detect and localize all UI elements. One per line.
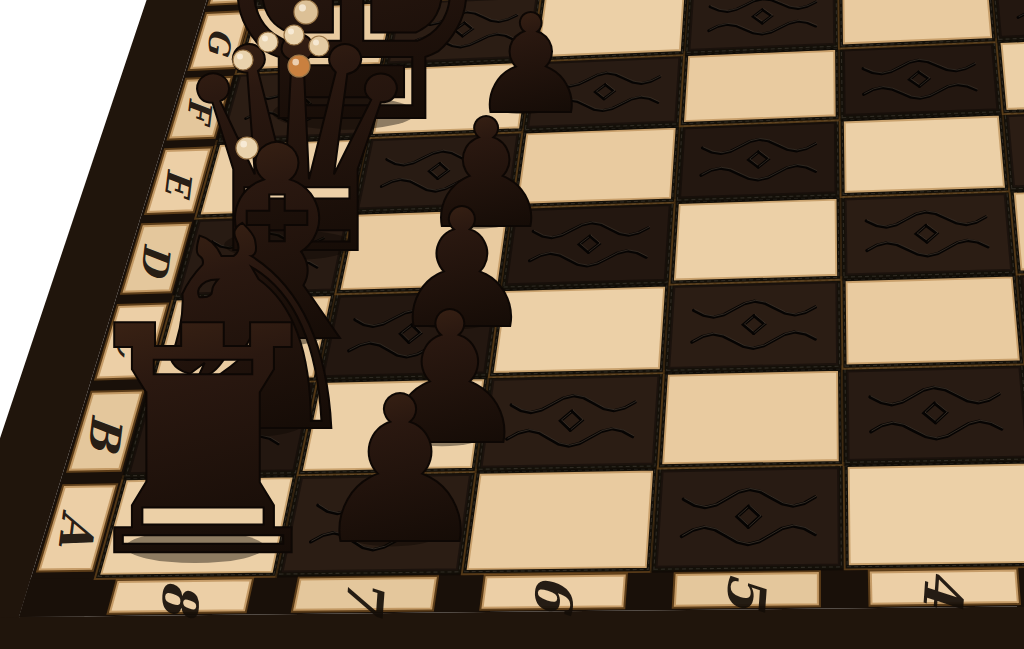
- square-c4: [844, 275, 1022, 366]
- ball-highlight: [288, 29, 294, 35]
- square-a5: [654, 466, 842, 570]
- board-photo-canvas: ABCDEFGH876543♟♚♟♛♟♝♞♟♟♜: [0, 0, 1024, 649]
- wooden-ball-ornament: [288, 55, 310, 77]
- wooden-ball-ornament: [258, 32, 278, 52]
- wooden-ball-ornament: [309, 36, 329, 56]
- square-e4: [842, 114, 1007, 195]
- ball-highlight: [237, 54, 243, 60]
- square-a4: [846, 462, 1024, 567]
- wooden-ball-ornament: [233, 50, 253, 70]
- square-e5: [677, 120, 838, 200]
- piece-black-rook-a8: ♜: [62, 260, 344, 626]
- square-b4: [845, 365, 1024, 463]
- ball-highlight: [262, 36, 268, 42]
- square-b5: [661, 369, 841, 466]
- square-f5: [682, 48, 837, 124]
- ball-highlight: [292, 59, 299, 66]
- rook-glyph: ♜: [62, 260, 344, 626]
- chess-board: ABCDEFGH876543♟♚♟♛♟♝♞♟♟♜: [0, 0, 1024, 649]
- wooden-ball-ornament: [236, 137, 258, 159]
- edge-number-4: 4: [910, 567, 977, 610]
- ball-highlight: [240, 141, 247, 148]
- square-d4: [843, 191, 1014, 277]
- square-d5: [672, 197, 839, 282]
- wooden-ball-ornament: [284, 25, 304, 45]
- square-f4: [841, 42, 1000, 118]
- square-c5: [667, 280, 840, 371]
- ball-highlight: [313, 40, 319, 46]
